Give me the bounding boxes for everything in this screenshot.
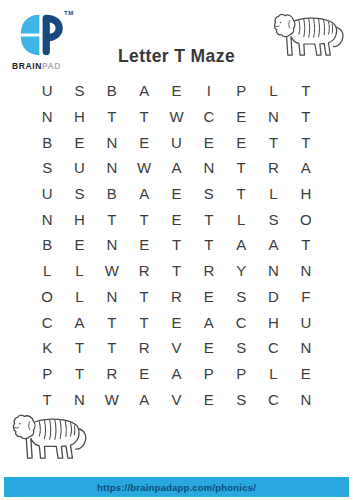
grid-cell-r2c2[interactable]: H [63,104,95,130]
grid-cell-r7c6[interactable]: T [193,232,225,258]
grid-cell-r7c2[interactable]: E [63,232,95,258]
grid-cell-r10c8[interactable]: H [257,309,289,335]
grid-cell-r3c6[interactable]: E [193,129,225,155]
grid-cell-r1c6[interactable]: I [193,78,225,104]
grid-cell-r6c8[interactable]: S [257,206,289,232]
grid-cell-r3c9[interactable]: T [290,129,322,155]
grid-cell-r4c7[interactable]: T [225,155,257,181]
grid-cell-r4c5[interactable]: A [160,155,192,181]
grid-cell-r7c8[interactable]: A [257,232,289,258]
grid-cell-r9c4[interactable]: T [128,284,160,310]
grid-cell-r4c8[interactable]: R [257,155,289,181]
grid-cell-r1c5[interactable]: E [160,78,192,104]
grid-cell-r5c6[interactable]: S [193,181,225,207]
grid-cell-r11c6[interactable]: E [193,335,225,361]
grid-cell-r3c8[interactable]: T [257,129,289,155]
grid-cell-r12c8[interactable]: L [257,361,289,387]
grid-cell-r3c7[interactable]: E [225,129,257,155]
grid-cell-r10c9[interactable]: U [290,309,322,335]
grid-cell-r10c3[interactable]: T [96,309,128,335]
grid-cell-r11c4[interactable]: R [128,335,160,361]
grid-cell-r4c1[interactable]: S [31,155,63,181]
grid-cell-r9c8[interactable]: D [257,284,289,310]
grid-cell-r1c1[interactable]: U [31,78,63,104]
grid-cell-r7c5[interactable]: T [160,232,192,258]
grid-cell-r5c8[interactable]: L [257,181,289,207]
grid-cell-r10c2[interactable]: A [63,309,95,335]
grid-cell-r9c2[interactable]: L [63,284,95,310]
grid-cell-r10c4[interactable]: T [128,309,160,335]
grid-cell-r2c9[interactable]: T [290,104,322,130]
grid-cell-r13c8[interactable]: C [257,386,289,412]
grid-cell-r6c4[interactable]: T [128,206,160,232]
worksheet-page: TM BRAINPAD Letter T Maze USBAEIPLTNHTTW… [0,0,353,500]
grid-cell-r2c7[interactable]: E [225,104,257,130]
grid-cell-r8c6[interactable]: R [193,258,225,284]
grid-cell-r2c6[interactable]: C [193,104,225,130]
grid-cell-r9c3[interactable]: N [96,284,128,310]
grid-cell-r7c7[interactable]: A [225,232,257,258]
grid-cell-r9c7[interactable]: S [225,284,257,310]
grid-cell-r1c3[interactable]: B [96,78,128,104]
tiger-illustration-top-right [273,12,347,60]
grid-cell-r13c6[interactable]: E [193,386,225,412]
trademark-symbol: TM [64,10,74,16]
grid-cell-r7c1[interactable]: B [31,232,63,258]
grid-cell-r8c1[interactable]: L [31,258,63,284]
grid-cell-r3c2[interactable]: E [63,129,95,155]
grid-cell-r11c1[interactable]: K [31,335,63,361]
grid-cell-r10c1[interactable]: C [31,309,63,335]
grid-cell-r10c7[interactable]: C [225,309,257,335]
grid-cell-r13c2[interactable]: N [63,386,95,412]
grid-cell-r6c9[interactable]: O [290,206,322,232]
grid-cell-r13c5[interactable]: V [160,386,192,412]
grid-cell-r6c7[interactable]: L [225,206,257,232]
tiger-icon [12,412,90,464]
grid-cell-r13c3[interactable]: W [96,386,128,412]
grid-cell-r12c2[interactable]: T [63,361,95,387]
tiger-illustration-bottom-left [12,412,90,464]
grid-cell-r7c3[interactable]: N [96,232,128,258]
grid-cell-r4c2[interactable]: U [63,155,95,181]
footer-url-link[interactable]: https://brainpadapp.com/phonics/ [97,482,256,493]
grid-cell-r11c8[interactable]: C [257,335,289,361]
grid-cell-r6c5[interactable]: E [160,206,192,232]
grid-cell-r7c9[interactable]: T [290,232,322,258]
grid-cell-r3c4[interactable]: E [128,129,160,155]
grid-cell-r8c5[interactable]: T [160,258,192,284]
grid-cell-r8c7[interactable]: Y [225,258,257,284]
grid-cell-r1c2[interactable]: S [63,78,95,104]
grid-cell-r12c7[interactable]: P [225,361,257,387]
grid-cell-r5c1[interactable]: U [31,181,63,207]
grid-cell-r9c9[interactable]: F [290,284,322,310]
grid-cell-r13c9[interactable]: N [290,386,322,412]
grid-cell-r11c5[interactable]: V [160,335,192,361]
grid-cell-r6c3[interactable]: T [96,206,128,232]
grid-cell-r7c4[interactable]: E [128,232,160,258]
grid-cell-r5c9[interactable]: H [290,181,322,207]
grid-cell-r5c7[interactable]: T [225,181,257,207]
grid-cell-r4c4[interactable]: W [128,155,160,181]
grid-cell-r8c4[interactable]: R [128,258,160,284]
grid-cell-r8c2[interactable]: L [63,258,95,284]
grid-cell-r4c6[interactable]: N [193,155,225,181]
grid-cell-r13c7[interactable]: S [225,386,257,412]
grid-cell-r13c1[interactable]: T [31,386,63,412]
grid-cell-r5c4[interactable]: A [128,181,160,207]
grid-cell-r9c6[interactable]: E [193,284,225,310]
grid-cell-r10c6[interactable]: A [193,309,225,335]
grid-cell-r5c5[interactable]: E [160,181,192,207]
grid-cell-r2c4[interactable]: T [128,104,160,130]
word-search-grid: USBAEIPLTNHTTWCENTBENEUEETTSUNWANTRAUSBA… [31,78,322,412]
grid-cell-r12c9[interactable]: E [290,361,322,387]
grid-cell-r2c3[interactable]: T [96,104,128,130]
grid-cell-r5c3[interactable]: B [96,181,128,207]
grid-cell-r12c3[interactable]: R [96,361,128,387]
grid-cell-r13c4[interactable]: A [128,386,160,412]
grid-cell-r6c2[interactable]: H [63,206,95,232]
grid-cell-r1c7[interactable]: P [225,78,257,104]
grid-cell-r1c4[interactable]: A [128,78,160,104]
grid-cell-r4c9[interactable]: A [290,155,322,181]
grid-cell-r1c8[interactable]: L [257,78,289,104]
grid-cell-r11c2[interactable]: T [63,335,95,361]
grid-cell-r11c3[interactable]: T [96,335,128,361]
grid-cell-r9c5[interactable]: R [160,284,192,310]
grid-cell-r12c6[interactable]: P [193,361,225,387]
grid-cell-r8c3[interactable]: W [96,258,128,284]
grid-cell-r9c1[interactable]: O [31,284,63,310]
grid-cell-r11c7[interactable]: S [225,335,257,361]
tiger-icon [273,12,347,60]
grid-cell-r12c4[interactable]: E [128,361,160,387]
footer-bar: https://brainpadapp.com/phonics/ [4,477,349,497]
grid-cell-r6c1[interactable]: N [31,206,63,232]
grid-cell-r12c1[interactable]: P [31,361,63,387]
grid-cell-r8c8[interactable]: N [257,258,289,284]
grid-cell-r4c3[interactable]: N [96,155,128,181]
grid-cell-r2c1[interactable]: N [31,104,63,130]
grid-cell-r6c6[interactable]: T [193,206,225,232]
grid-cell-r8c9[interactable]: N [290,258,322,284]
grid-cell-r12c5[interactable]: A [160,361,192,387]
grid-cell-r11c9[interactable]: N [290,335,322,361]
grid-cell-r3c3[interactable]: N [96,129,128,155]
grid-cell-r1c9[interactable]: T [290,78,322,104]
grid-cell-r3c5[interactable]: U [160,129,192,155]
grid-cell-r5c2[interactable]: S [63,181,95,207]
grid-cell-r2c8[interactable]: N [257,104,289,130]
grid-cell-r10c5[interactable]: E [160,309,192,335]
grid-cell-r3c1[interactable]: B [31,129,63,155]
grid-cell-r2c5[interactable]: W [160,104,192,130]
